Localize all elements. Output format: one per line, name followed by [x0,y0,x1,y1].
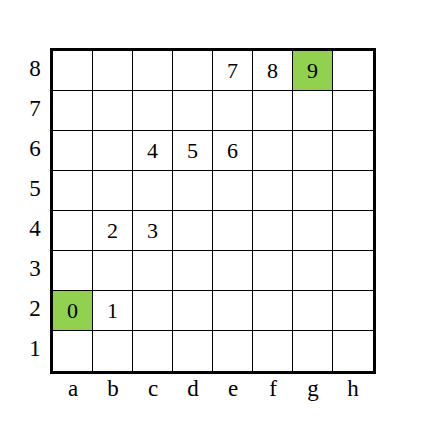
board-diagram: 87654321 7894562301 abcdefgh [0,0,421,421]
rank-label-2: 2 [22,288,48,328]
cell-g8[interactable]: 9 [293,51,333,91]
file-label-e: e [213,373,253,403]
cell-e3[interactable] [213,251,253,291]
cell-d5[interactable] [173,171,213,211]
cell-a3[interactable] [53,251,93,291]
cell-g5[interactable] [293,171,333,211]
cell-g3[interactable] [293,251,333,291]
board-frame: 7894562301 [50,48,376,374]
file-label-g: g [293,373,333,403]
cell-c4[interactable]: 3 [133,211,173,251]
file-label-f: f [253,373,293,403]
cell-a6[interactable] [53,131,93,171]
file-label-b: b [93,373,133,403]
cell-h1[interactable] [333,331,373,371]
cell-g2[interactable] [293,291,333,331]
board-grid: 7894562301 [53,51,373,371]
rank-label-3: 3 [22,248,48,288]
rank-label-5: 5 [22,168,48,208]
cell-e7[interactable] [213,91,253,131]
cell-b2[interactable]: 1 [93,291,133,331]
cell-a4[interactable] [53,211,93,251]
cell-b1[interactable] [93,331,133,371]
cell-h3[interactable] [333,251,373,291]
cell-a8[interactable] [53,51,93,91]
cell-g7[interactable] [293,91,333,131]
cell-d7[interactable] [173,91,213,131]
rank-label-1: 1 [22,328,48,368]
file-label-d: d [173,373,213,403]
rank-label-7: 7 [22,88,48,128]
cell-d2[interactable] [173,291,213,331]
cell-f4[interactable] [253,211,293,251]
cell-g6[interactable] [293,131,333,171]
cell-d8[interactable] [173,51,213,91]
cell-c1[interactable] [133,331,173,371]
cell-e2[interactable] [213,291,253,331]
cell-f7[interactable] [253,91,293,131]
cell-b4[interactable]: 2 [93,211,133,251]
cell-h4[interactable] [333,211,373,251]
cell-h5[interactable] [333,171,373,211]
cell-g4[interactable] [293,211,333,251]
cell-c8[interactable] [133,51,173,91]
cell-f8[interactable]: 8 [253,51,293,91]
file-label-a: a [53,373,93,403]
cell-h7[interactable] [333,91,373,131]
cell-c7[interactable] [133,91,173,131]
rank-label-8: 8 [22,48,48,88]
cell-e4[interactable] [213,211,253,251]
cell-f6[interactable] [253,131,293,171]
cell-h8[interactable] [333,51,373,91]
rank-label-4: 4 [22,208,48,248]
cell-e5[interactable] [213,171,253,211]
cell-e8[interactable]: 7 [213,51,253,91]
cell-g1[interactable] [293,331,333,371]
cell-d1[interactable] [173,331,213,371]
cell-d6[interactable]: 5 [173,131,213,171]
cell-h2[interactable] [333,291,373,331]
cell-b5[interactable] [93,171,133,211]
cell-f5[interactable] [253,171,293,211]
file-label-c: c [133,373,173,403]
cell-f3[interactable] [253,251,293,291]
file-label-h: h [333,373,373,403]
cell-b7[interactable] [93,91,133,131]
cell-b6[interactable] [93,131,133,171]
cell-f1[interactable] [253,331,293,371]
file-labels: abcdefgh [53,373,373,403]
rank-labels: 87654321 [22,48,48,368]
cell-e1[interactable] [213,331,253,371]
cell-d4[interactable] [173,211,213,251]
cell-f2[interactable] [253,291,293,331]
cell-c6[interactable]: 4 [133,131,173,171]
rank-label-6: 6 [22,128,48,168]
cell-c5[interactable] [133,171,173,211]
cell-c2[interactable] [133,291,173,331]
cell-d3[interactable] [173,251,213,291]
cell-h6[interactable] [333,131,373,171]
cell-a1[interactable] [53,331,93,371]
cell-b3[interactable] [93,251,133,291]
cell-a5[interactable] [53,171,93,211]
cell-e6[interactable]: 6 [213,131,253,171]
cell-c3[interactable] [133,251,173,291]
cell-a7[interactable] [53,91,93,131]
cell-b8[interactable] [93,51,133,91]
cell-a2[interactable]: 0 [53,291,93,331]
